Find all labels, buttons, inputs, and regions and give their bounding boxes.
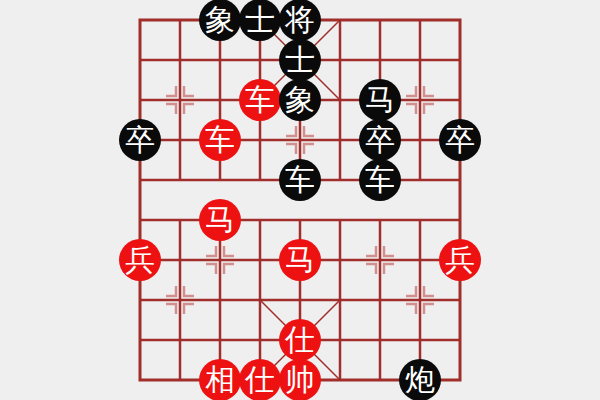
piece-red-advisor[interactable]: 仕 bbox=[239, 359, 281, 400]
piece-black-chariot[interactable]: 车 bbox=[359, 159, 401, 201]
xiangqi-app: 象士将士车象马卒车卒卒车车马兵马兵仕相仕帅炮 bbox=[0, 0, 600, 400]
piece-red-horse[interactable]: 马 bbox=[279, 239, 321, 281]
piece-black-pawn[interactable]: 卒 bbox=[119, 119, 161, 161]
piece-black-advisor[interactable]: 士 bbox=[279, 39, 321, 81]
piece-black-pawn[interactable]: 卒 bbox=[359, 119, 401, 161]
piece-red-elephant[interactable]: 相 bbox=[199, 359, 241, 400]
piece-black-advisor[interactable]: 士 bbox=[239, 0, 281, 41]
piece-black-horse[interactable]: 马 bbox=[359, 79, 401, 121]
piece-black-cannon[interactable]: 炮 bbox=[399, 359, 441, 400]
piece-black-chariot[interactable]: 车 bbox=[279, 159, 321, 201]
piece-black-pawn[interactable]: 卒 bbox=[439, 119, 481, 161]
piece-black-general[interactable]: 将 bbox=[279, 0, 321, 41]
piece-red-chariot[interactable]: 车 bbox=[199, 119, 241, 161]
piece-red-general[interactable]: 帅 bbox=[279, 359, 321, 400]
piece-red-pawn[interactable]: 兵 bbox=[119, 239, 161, 281]
piece-red-pawn[interactable]: 兵 bbox=[439, 239, 481, 281]
piece-black-elephant[interactable]: 象 bbox=[279, 79, 321, 121]
piece-red-chariot[interactable]: 车 bbox=[239, 79, 281, 121]
piece-red-horse[interactable]: 马 bbox=[199, 199, 241, 241]
piece-red-advisor[interactable]: 仕 bbox=[279, 319, 321, 361]
piece-black-elephant[interactable]: 象 bbox=[199, 0, 241, 41]
